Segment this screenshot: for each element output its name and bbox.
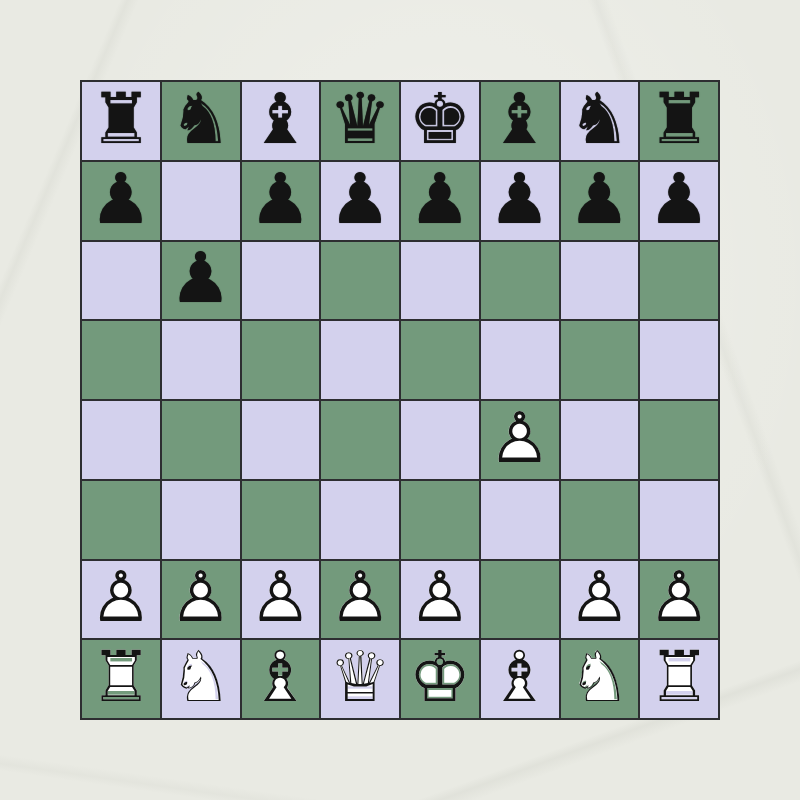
square-b3[interactable] (162, 481, 240, 559)
black-knight-icon: ♞ (169, 84, 232, 154)
white-pawn-outline-icon: ♙ (169, 562, 232, 632)
square-f1[interactable]: ♝♗ (481, 640, 559, 718)
square-c5[interactable] (242, 321, 320, 399)
black-pawn-icon: ♟ (488, 164, 551, 234)
square-d1[interactable]: ♛♕ (321, 640, 399, 718)
square-a2[interactable]: ♟♙ (82, 561, 160, 639)
square-e5[interactable] (401, 321, 479, 399)
square-d2[interactable]: ♟♙ (321, 561, 399, 639)
square-h7[interactable]: ♟ (640, 162, 718, 240)
square-a5[interactable] (82, 321, 160, 399)
square-c7[interactable]: ♟ (242, 162, 320, 240)
black-pawn-icon: ♟ (249, 164, 312, 234)
square-d5[interactable] (321, 321, 399, 399)
square-h4[interactable] (640, 401, 718, 479)
black-bishop-icon: ♝ (249, 84, 312, 154)
white-queen-outline-icon: ♕ (329, 642, 392, 712)
square-h1[interactable]: ♜♖ (640, 640, 718, 718)
black-pawn-icon: ♟ (408, 164, 471, 234)
square-g2[interactable]: ♟♙ (561, 561, 639, 639)
square-f5[interactable] (481, 321, 559, 399)
square-c2[interactable]: ♟♙ (242, 561, 320, 639)
square-b1[interactable]: ♞♘ (162, 640, 240, 718)
square-b2[interactable]: ♟♙ (162, 561, 240, 639)
white-pawn-outline-icon: ♙ (89, 562, 152, 632)
white-pawn-outline-icon: ♙ (408, 562, 471, 632)
square-f4[interactable]: ♟♙ (481, 401, 559, 479)
white-bishop-outline-icon: ♗ (249, 642, 312, 712)
square-e2[interactable]: ♟♙ (401, 561, 479, 639)
black-pawn-icon: ♟ (89, 164, 152, 234)
black-pawn-icon: ♟ (169, 243, 232, 313)
white-rook-outline-icon: ♖ (89, 642, 152, 712)
square-e7[interactable]: ♟ (401, 162, 479, 240)
square-h6[interactable] (640, 242, 718, 320)
square-e4[interactable] (401, 401, 479, 479)
square-f3[interactable] (481, 481, 559, 559)
square-a3[interactable] (82, 481, 160, 559)
square-a1[interactable]: ♜♖ (82, 640, 160, 718)
white-bishop-outline-icon: ♗ (488, 642, 551, 712)
square-b4[interactable] (162, 401, 240, 479)
square-e1[interactable]: ♚♔ (401, 640, 479, 718)
white-pawn-outline-icon: ♙ (249, 562, 312, 632)
chess-board: ♜♞♝♛♚♝♞♜♟♟♟♟♟♟♟♟♟♙♟♙♟♙♟♙♟♙♟♙♟♙♟♙♜♖♞♘♝♗♛♕… (80, 80, 720, 720)
white-king-outline-icon: ♔ (408, 642, 471, 712)
white-pawn-outline-icon: ♙ (329, 562, 392, 632)
square-g6[interactable] (561, 242, 639, 320)
black-rook-icon: ♜ (89, 84, 152, 154)
square-c8[interactable]: ♝ (242, 82, 320, 160)
square-d3[interactable] (321, 481, 399, 559)
black-pawn-icon: ♟ (568, 164, 631, 234)
white-knight-outline-icon: ♘ (169, 642, 232, 712)
square-f6[interactable] (481, 242, 559, 320)
square-h5[interactable] (640, 321, 718, 399)
square-e6[interactable] (401, 242, 479, 320)
square-d4[interactable] (321, 401, 399, 479)
square-c6[interactable] (242, 242, 320, 320)
black-queen-icon: ♛ (329, 84, 392, 154)
black-bishop-icon: ♝ (488, 84, 551, 154)
square-h8[interactable]: ♜ (640, 82, 718, 160)
black-knight-icon: ♞ (568, 84, 631, 154)
square-a7[interactable]: ♟ (82, 162, 160, 240)
white-rook-outline-icon: ♖ (648, 642, 711, 712)
square-b8[interactable]: ♞ (162, 82, 240, 160)
square-g8[interactable]: ♞ (561, 82, 639, 160)
square-f2[interactable] (481, 561, 559, 639)
black-pawn-icon: ♟ (648, 164, 711, 234)
square-b5[interactable] (162, 321, 240, 399)
black-pawn-icon: ♟ (329, 164, 392, 234)
square-e3[interactable] (401, 481, 479, 559)
square-c3[interactable] (242, 481, 320, 559)
square-g1[interactable]: ♞♘ (561, 640, 639, 718)
square-h2[interactable]: ♟♙ (640, 561, 718, 639)
paper-background: ♜♞♝♛♚♝♞♜♟♟♟♟♟♟♟♟♟♙♟♙♟♙♟♙♟♙♟♙♟♙♟♙♜♖♞♘♝♗♛♕… (0, 0, 800, 800)
square-d7[interactable]: ♟ (321, 162, 399, 240)
white-pawn-outline-icon: ♙ (648, 562, 711, 632)
square-h3[interactable] (640, 481, 718, 559)
square-g5[interactable] (561, 321, 639, 399)
white-pawn-outline-icon: ♙ (568, 562, 631, 632)
square-e8[interactable]: ♚ (401, 82, 479, 160)
square-b7[interactable] (162, 162, 240, 240)
black-king-icon: ♚ (408, 84, 471, 154)
square-g3[interactable] (561, 481, 639, 559)
white-knight-outline-icon: ♘ (568, 642, 631, 712)
square-f8[interactable]: ♝ (481, 82, 559, 160)
square-b6[interactable]: ♟ (162, 242, 240, 320)
square-a8[interactable]: ♜ (82, 82, 160, 160)
square-c1[interactable]: ♝♗ (242, 640, 320, 718)
black-rook-icon: ♜ (648, 84, 711, 154)
square-c4[interactable] (242, 401, 320, 479)
square-a4[interactable] (82, 401, 160, 479)
square-f7[interactable]: ♟ (481, 162, 559, 240)
white-pawn-outline-icon: ♙ (488, 403, 551, 473)
square-g7[interactable]: ♟ (561, 162, 639, 240)
square-g4[interactable] (561, 401, 639, 479)
square-d8[interactable]: ♛ (321, 82, 399, 160)
square-d6[interactable] (321, 242, 399, 320)
square-a6[interactable] (82, 242, 160, 320)
